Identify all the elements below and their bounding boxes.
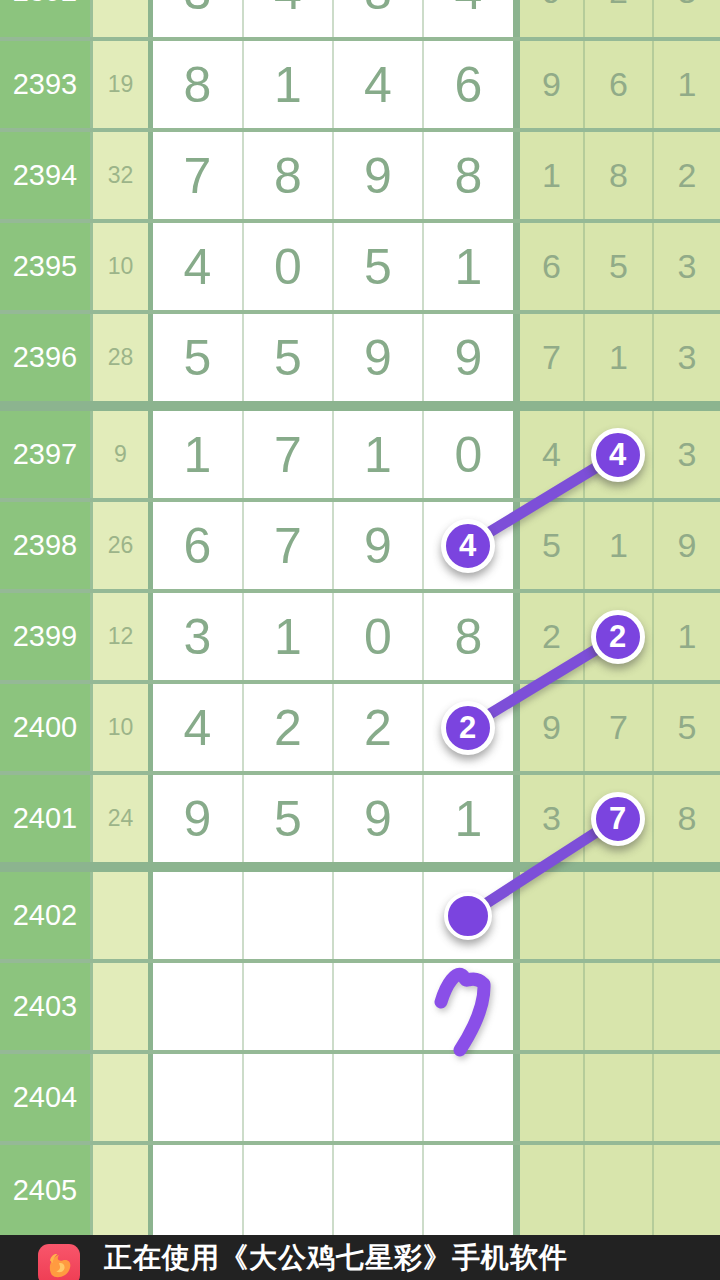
sum-cell	[90, 872, 148, 959]
digit-cell[interactable]: 8	[242, 132, 332, 219]
digit-cell-label: 5	[364, 238, 392, 296]
marked-digit-label: 7	[609, 801, 626, 837]
sum-cell: 10	[90, 684, 148, 771]
trend-row: 2402	[0, 872, 720, 959]
sum-cell: 10	[90, 223, 148, 310]
tail-digit-cell-label: 3	[678, 0, 697, 11]
tail-digit-cell-label: 8	[609, 156, 628, 195]
digit-cell[interactable]: 0	[332, 593, 422, 680]
digit-cell[interactable]	[422, 1145, 513, 1235]
draw-number-cell: 2395	[0, 223, 90, 310]
digit-cell[interactable]: 5	[332, 223, 422, 310]
marked-digit-label: 2	[459, 710, 476, 746]
tail-digit-cell-label: 1	[542, 156, 561, 195]
digit-cell[interactable]: 9	[332, 775, 422, 862]
draw-number-cell: 2397	[0, 411, 90, 498]
digit-cell[interactable]: 8	[422, 593, 513, 680]
tail-digit-cell[interactable]: 2	[583, 0, 652, 37]
tail-digit-cell[interactable]: 1	[652, 593, 720, 680]
tail-digit-cell-label: 9	[678, 526, 697, 565]
tail-digit-cell[interactable]	[583, 1145, 652, 1235]
marked-digit-circle[interactable]: 4	[591, 428, 645, 482]
sum-cell: 32	[90, 132, 148, 219]
digit-cell[interactable]	[422, 1054, 513, 1141]
digit-cell-label: 2	[274, 699, 302, 757]
draw-number-cell: 2403	[0, 963, 90, 1050]
sum-cell-label: 12	[108, 623, 134, 650]
digit-cell-label: 7	[274, 426, 302, 484]
marked-digit-circle[interactable]: 7	[591, 792, 645, 846]
trend-row: 2404	[0, 1054, 720, 1141]
app-usage-banner: 正在使用《大公鸡七星彩》手机软件	[0, 1235, 720, 1280]
digit-cell-label: 0	[274, 238, 302, 296]
digit-cell[interactable]: 3	[153, 0, 242, 37]
sum-cell-label: 19	[108, 0, 134, 5]
digit-cell-label: 4	[455, 0, 483, 21]
digit-cell[interactable]	[332, 1054, 422, 1141]
digit-cell-label: 9	[455, 329, 483, 387]
tail-digit-cell-label: 5	[609, 247, 628, 286]
tail-digit-cell[interactable]: 7	[583, 684, 652, 771]
digit-cell[interactable]	[242, 1145, 332, 1235]
digit-cell[interactable]	[153, 872, 242, 959]
tail-digit-cell[interactable]	[583, 963, 652, 1050]
digit-cell[interactable]: 9	[332, 132, 422, 219]
digit-cell-label: 1	[184, 426, 212, 484]
digit-cell-label: 1	[455, 238, 483, 296]
tail-digit-cell-label: 5	[678, 708, 697, 747]
digit-cell[interactable]: 0	[242, 223, 332, 310]
digit-cell[interactable]	[242, 963, 332, 1050]
tail-digit-cell[interactable]: 1	[583, 502, 652, 589]
digit-cell-label: 1	[274, 56, 302, 114]
digit-cell-label: 4	[184, 699, 212, 757]
digit-cell[interactable]: 3	[153, 593, 242, 680]
digit-cell-label: 1	[455, 790, 483, 848]
digit-cell[interactable]: 2	[242, 684, 332, 771]
draw-number-cell: 2392	[0, 0, 90, 37]
digit-cell[interactable]: 4	[153, 223, 242, 310]
sum-cell-label: 19	[108, 71, 134, 98]
digit-cell-label: 8	[274, 147, 302, 205]
tail-digit-cell[interactable]	[520, 872, 583, 959]
tail-digit-cell-label: 9	[542, 0, 561, 11]
digit-cell[interactable]: 1	[242, 593, 332, 680]
digit-cell-label: 1	[274, 608, 302, 666]
draw-number-cell: 2401	[0, 775, 90, 862]
sum-cell-label: 24	[108, 805, 134, 832]
block-separator	[513, 963, 520, 1050]
sum-cell	[90, 963, 148, 1050]
digit-cell[interactable]: 5	[242, 314, 332, 401]
tail-digit-cell[interactable]: 1	[652, 41, 720, 128]
draw-number-cell-label: 2392	[13, 0, 78, 8]
tail-digit-cell[interactable]: 8	[652, 775, 720, 862]
digit-cell[interactable]: 0	[422, 411, 513, 498]
draw-number-cell-label: 2401	[13, 802, 78, 835]
marked-digit-circle[interactable]: 2	[441, 701, 495, 755]
digit-cell-label: 5	[184, 329, 212, 387]
draw-number-cell: 2404	[0, 1054, 90, 1141]
digit-cell[interactable]	[153, 1145, 242, 1235]
lottery-trend-screen: 2392193484923239319814696123943278981822…	[0, 0, 720, 1280]
digit-cell[interactable]: 4	[422, 0, 513, 37]
tail-digit-cell[interactable]	[652, 963, 720, 1050]
digit-cell[interactable]: 4	[332, 41, 422, 128]
digit-cell-label: 4	[364, 56, 392, 114]
block-separator	[513, 411, 520, 498]
block-separator	[513, 593, 520, 680]
tail-digit-cell-label: 3	[678, 338, 697, 377]
digit-cell[interactable]: 4	[153, 684, 242, 771]
tail-digit-cell[interactable]	[520, 963, 583, 1050]
tail-digit-cell[interactable]: 1	[583, 314, 652, 401]
tail-digit-cell[interactable]: 6	[583, 41, 652, 128]
tail-digit-cell-label: 3	[678, 435, 697, 474]
sum-cell	[90, 1054, 148, 1141]
digit-cell[interactable]	[332, 1145, 422, 1235]
sum-cell: 19	[90, 41, 148, 128]
draw-number-cell: 2396	[0, 314, 90, 401]
draw-number-cell-label: 2395	[13, 250, 78, 283]
sum-cell: 12	[90, 593, 148, 680]
tail-digit-cell[interactable]	[652, 1145, 720, 1235]
block-separator	[513, 41, 520, 128]
digit-cell[interactable]: 1	[422, 223, 513, 310]
tail-digit-cell[interactable]: 3	[652, 314, 720, 401]
tail-digit-cell-label: 1	[609, 338, 628, 377]
marked-digit-label: 4	[609, 437, 626, 473]
draw-number-cell-label: 2393	[13, 68, 78, 101]
digit-cell-label: 9	[364, 517, 392, 575]
sum-cell-label: 26	[108, 532, 134, 559]
digit-cell[interactable]: 1	[332, 411, 422, 498]
marked-dot[interactable]	[444, 892, 492, 940]
draw-number-cell-label: 2398	[13, 529, 78, 562]
marked-digit-label: 4	[459, 528, 476, 564]
digit-cell[interactable]	[153, 963, 242, 1050]
tail-digit-cell[interactable]: 5	[583, 223, 652, 310]
tail-digit-cell[interactable]	[583, 872, 652, 959]
trend-row: 2395104051653	[0, 223, 720, 310]
digit-cell[interactable]: 8	[332, 0, 422, 37]
sum-cell-label: 32	[108, 162, 134, 189]
trend-row: 2393198146961	[0, 41, 720, 128]
tail-digit-cell[interactable]	[583, 1054, 652, 1141]
block-separator	[513, 314, 520, 401]
digit-cell[interactable]	[242, 872, 332, 959]
digit-cell-label: 9	[364, 790, 392, 848]
sum-cell-label: 10	[108, 714, 134, 741]
sum-cell: 9	[90, 411, 148, 498]
tail-digit-cell-label: 3	[678, 247, 697, 286]
draw-number-cell-label: 2402	[13, 899, 78, 932]
tail-digit-cell-label: 1	[678, 617, 697, 656]
digit-cell[interactable]: 9	[332, 314, 422, 401]
tail-digit-cell[interactable]: 3	[520, 775, 583, 862]
trend-row: 2405	[0, 1145, 720, 1235]
digit-cell-label: 1	[364, 426, 392, 484]
digit-cell-label: 9	[184, 790, 212, 848]
draw-number-cell-label: 2399	[13, 620, 78, 653]
draw-number-cell-label: 2405	[13, 1174, 78, 1207]
draw-number-cell: 2398	[0, 502, 90, 589]
marked-digit-circle[interactable]: 4	[441, 519, 495, 573]
tail-digit-cell[interactable]: 2	[652, 132, 720, 219]
digit-cell-label: 4	[184, 238, 212, 296]
digit-cell-label: 7	[274, 517, 302, 575]
block-separator	[513, 223, 520, 310]
digit-cell-label: 6	[184, 517, 212, 575]
sum-cell: 24	[90, 775, 148, 862]
tail-digit-cell[interactable]: 5	[520, 502, 583, 589]
digit-cell-label: 5	[274, 790, 302, 848]
digit-cell[interactable]: 8	[422, 132, 513, 219]
tail-digit-cell[interactable]	[652, 1054, 720, 1141]
sum-cell: 28	[90, 314, 148, 401]
digit-cell-label: 0	[364, 608, 392, 666]
tail-digit-cell[interactable]	[652, 872, 720, 959]
tail-digit-cell-label: 4	[542, 435, 561, 474]
trend-row: 2403	[0, 963, 720, 1050]
digit-cell[interactable]: 6	[422, 41, 513, 128]
tail-digit-cell-label: 9	[542, 65, 561, 104]
digit-cell-label: 3	[184, 0, 212, 21]
draw-number-cell: 2393	[0, 41, 90, 128]
tail-digit-cell-label: 7	[542, 338, 561, 377]
draw-number-cell-label: 2396	[13, 341, 78, 374]
row-separator	[0, 401, 720, 411]
app-usage-text: 正在使用《大公鸡七星彩》手机软件	[104, 1239, 568, 1277]
digit-cell-label: 6	[455, 56, 483, 114]
tail-digit-cell-label: 2	[678, 156, 697, 195]
tail-digit-cell-label: 2	[542, 617, 561, 656]
tail-digit-cell-label: 1	[678, 65, 697, 104]
tail-digit-cell[interactable]: 3	[652, 223, 720, 310]
digit-cell-label: 4	[274, 0, 302, 21]
tail-digit-cell[interactable]: 5	[652, 684, 720, 771]
digit-cell[interactable]	[332, 963, 422, 1050]
block-separator	[513, 872, 520, 959]
digit-cell[interactable]: 2	[332, 684, 422, 771]
digit-cell[interactable]: 1	[242, 41, 332, 128]
digit-cell-label: 7	[184, 147, 212, 205]
trend-row: 2396285599713	[0, 314, 720, 401]
row-separator	[0, 862, 720, 872]
tail-digit-cell[interactable]: 9	[520, 41, 583, 128]
digit-cell-label: 3	[184, 608, 212, 666]
digit-cell[interactable]	[332, 872, 422, 959]
digit-cell-label: 8	[455, 608, 483, 666]
tail-digit-cell[interactable]: 7	[520, 314, 583, 401]
marked-digit-label: 2	[609, 619, 626, 655]
tail-digit-cell-label: 6	[609, 65, 628, 104]
digit-cell[interactable]: 7	[242, 411, 332, 498]
digit-cell[interactable]	[153, 1054, 242, 1141]
digit-cell[interactable]: 9	[153, 775, 242, 862]
digit-cell-label: 9	[364, 329, 392, 387]
digit-cell-label: 8	[364, 0, 392, 21]
sum-cell-label: 28	[108, 344, 134, 371]
block-separator	[513, 132, 520, 219]
digit-cell[interactable]: 6	[153, 502, 242, 589]
tail-digit-cell[interactable]: 3	[652, 411, 720, 498]
digit-cell[interactable]	[242, 1054, 332, 1141]
draw-number-cell-label: 2394	[13, 159, 78, 192]
draw-number-cell: 2399	[0, 593, 90, 680]
digit-cell-label: 9	[364, 147, 392, 205]
trend-row: 2394327898182	[0, 132, 720, 219]
tail-digit-cell[interactable]: 1	[520, 132, 583, 219]
draw-number-cell: 2402	[0, 872, 90, 959]
digit-cell[interactable]: 7	[242, 502, 332, 589]
sum-cell: 26	[90, 502, 148, 589]
tail-digit-cell[interactable]: 3	[652, 0, 720, 37]
tail-digit-cell[interactable]: 6	[520, 223, 583, 310]
tail-digit-cell-label: 6	[542, 247, 561, 286]
tail-digit-cell[interactable]: 9	[520, 684, 583, 771]
tail-digit-cell-label: 1	[609, 526, 628, 565]
block-separator	[513, 1145, 520, 1235]
tail-digit-cell[interactable]: 4	[520, 411, 583, 498]
trend-row: 240010422975	[0, 684, 720, 771]
tail-digit-cell[interactable]: 8	[583, 132, 652, 219]
digit-cell[interactable]: 9	[422, 314, 513, 401]
tail-digit-cell-label: 5	[542, 526, 561, 565]
sum-cell	[90, 1145, 148, 1235]
digit-cell[interactable]: 1	[153, 411, 242, 498]
tail-digit-cell-label: 9	[542, 708, 561, 747]
draw-number-cell: 2405	[0, 1145, 90, 1235]
digit-cell-label: 5	[274, 329, 302, 387]
block-separator	[513, 684, 520, 771]
tail-digit-cell-label: 3	[542, 799, 561, 838]
digit-cell[interactable]: 5	[242, 775, 332, 862]
draw-number-cell-label: 2403	[13, 990, 78, 1023]
digit-cell[interactable]: 9	[332, 502, 422, 589]
tail-digit-cell-label: 7	[609, 708, 628, 747]
tail-digit-cell-label: 8	[678, 799, 697, 838]
tail-digit-cell[interactable]: 9	[652, 502, 720, 589]
draw-number-cell-label: 2404	[13, 1081, 78, 1114]
tail-digit-cell[interactable]: 9	[520, 0, 583, 37]
digit-cell[interactable]: 5	[153, 314, 242, 401]
block-separator	[513, 1054, 520, 1141]
trend-row: 239826679519	[0, 502, 720, 589]
block-separator	[513, 502, 520, 589]
draw-number-cell-label: 2397	[13, 438, 78, 471]
digit-cell-label: 0	[455, 426, 483, 484]
draw-number-cell-label: 2400	[13, 711, 78, 744]
sum-cell-label: 9	[114, 441, 127, 468]
digit-cell[interactable]: 4	[242, 0, 332, 37]
sum-cell-label: 10	[108, 253, 134, 280]
digit-cell[interactable]	[422, 963, 513, 1050]
digit-cell[interactable]: 7	[153, 132, 242, 219]
digit-cell-label: 8	[184, 56, 212, 114]
digit-cell[interactable]: 8	[153, 41, 242, 128]
tail-digit-cell[interactable]	[520, 1145, 583, 1235]
tail-digit-cell-label: 2	[609, 0, 628, 11]
rooster-icon	[38, 1244, 80, 1280]
digit-cell-label: 2	[364, 699, 392, 757]
digit-cell-label: 8	[455, 147, 483, 205]
tail-digit-cell[interactable]	[520, 1054, 583, 1141]
trend-row: 2392193484923	[0, 0, 720, 37]
marked-digit-circle[interactable]: 2	[591, 610, 645, 664]
sum-cell: 19	[90, 0, 148, 37]
draw-number-cell: 2394	[0, 132, 90, 219]
block-separator	[513, 775, 520, 862]
block-separator	[513, 0, 520, 37]
tail-digit-cell[interactable]: 2	[520, 593, 583, 680]
draw-number-cell: 2400	[0, 684, 90, 771]
digit-cell[interactable]: 1	[422, 775, 513, 862]
